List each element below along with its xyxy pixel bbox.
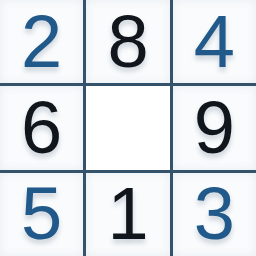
- cell-r2c3[interactable]: 9: [173, 86, 256, 169]
- digit-r1c1: 2: [21, 5, 62, 79]
- digit-r1c2: 8: [107, 5, 148, 79]
- cell-r3c3[interactable]: 3: [173, 173, 256, 256]
- digit-r3c1: 5: [21, 177, 62, 251]
- cell-r1c2[interactable]: 8: [86, 0, 169, 83]
- cell-r2c2-empty[interactable]: [86, 86, 169, 169]
- cell-r3c1[interactable]: 5: [0, 173, 83, 256]
- cell-r1c1[interactable]: 2: [0, 0, 83, 83]
- digit-r3c2: 1: [107, 177, 148, 251]
- cell-r3c2[interactable]: 1: [86, 173, 169, 256]
- digit-r3c3: 3: [194, 177, 235, 251]
- cell-r1c3[interactable]: 4: [173, 0, 256, 83]
- sudoku-board: 2 8 4 6 9 5 1 3: [0, 0, 256, 256]
- digit-r1c3: 4: [194, 5, 235, 79]
- digit-r2c1: 6: [21, 91, 62, 165]
- cell-r2c1[interactable]: 6: [0, 86, 83, 169]
- digit-r2c3: 9: [194, 91, 235, 165]
